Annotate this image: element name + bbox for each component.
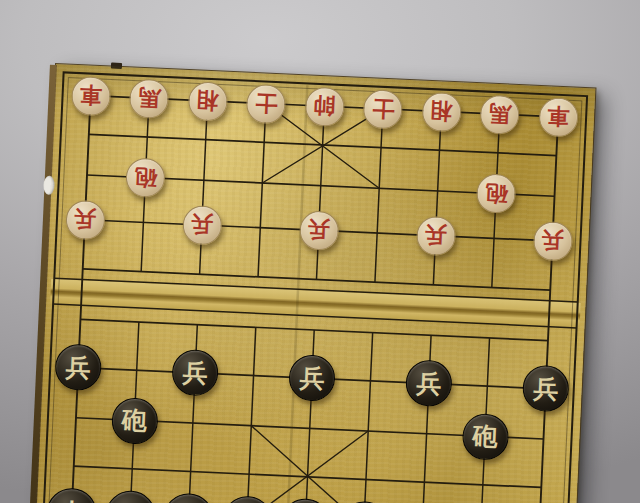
- board-intersection: 兵: [48, 343, 109, 393]
- piece-red-elephant-right[interactable]: 相: [421, 91, 462, 132]
- piece-black-soldier-3[interactable]: 兵: [288, 354, 336, 402]
- piece-character: 兵: [307, 219, 330, 242]
- xiangqi-board: 車馬相士帥士相馬車砲砲兵兵兵兵兵兵兵兵兵兵砲砲車馬象士將士象馬車: [35, 64, 596, 503]
- pieces-grid: 車馬相士帥士相馬車砲砲兵兵兵兵兵兵兵兵兵兵砲砲車馬象士將士象馬車: [35, 64, 596, 503]
- piece-character: 兵: [424, 224, 447, 247]
- board-intersection: 兵: [165, 348, 226, 398]
- piece-character: 兵: [533, 376, 559, 402]
- board-intersection: 士: [353, 88, 413, 130]
- piece-red-horse-right[interactable]: 馬: [479, 94, 520, 135]
- piece-red-soldier-3[interactable]: 兵: [298, 210, 339, 251]
- board-intersection: 兵: [172, 200, 233, 249]
- piece-character: 兵: [299, 365, 325, 391]
- piece-character: 車: [58, 499, 86, 503]
- piece-character: 兵: [190, 214, 213, 237]
- piece-character: 相: [196, 89, 219, 112]
- piece-character: 兵: [65, 355, 91, 381]
- piece-red-advisor-left[interactable]: 士: [246, 83, 287, 124]
- piece-red-cannon-left[interactable]: 砲: [125, 157, 166, 198]
- piece-red-advisor-right[interactable]: 士: [362, 89, 403, 130]
- board-intersection: 將: [275, 497, 336, 503]
- piece-character: 士: [254, 92, 277, 115]
- board-intersection: 兵: [405, 211, 466, 260]
- piece-character: 馬: [138, 87, 161, 110]
- board-intersection: 兵: [522, 216, 583, 265]
- board-intersection: 車: [41, 487, 102, 503]
- board-intersection: 士: [217, 495, 278, 503]
- board-intersection: 馬: [470, 93, 530, 135]
- piece-character: 帥: [313, 95, 336, 118]
- photo-background: 車馬相士帥士相馬車砲砲兵兵兵兵兵兵兵兵兵兵砲砲車馬象士將士象馬車: [0, 0, 640, 503]
- board-intersection: 帥: [294, 85, 354, 127]
- board-intersection: 兵: [55, 195, 116, 244]
- piece-black-cannon-right[interactable]: 砲: [461, 412, 509, 460]
- piece-character: 兵: [541, 229, 564, 252]
- piece-black-soldier-1[interactable]: 兵: [54, 344, 102, 392]
- piece-character: 相: [430, 100, 453, 123]
- piece-character: 兵: [416, 370, 442, 396]
- piece-black-soldier-2[interactable]: 兵: [171, 349, 219, 397]
- piece-character: 馬: [488, 103, 511, 126]
- piece-red-chariot-right[interactable]: 車: [538, 96, 579, 137]
- board-intersection: 車: [60, 75, 120, 117]
- board-intersection: 兵: [515, 364, 576, 414]
- piece-character: 兵: [73, 208, 96, 231]
- board-intersection: 砲: [115, 155, 175, 201]
- piece-black-advisor-left[interactable]: 士: [221, 495, 273, 503]
- board-intersection: 士: [236, 83, 296, 125]
- board-intersection: 兵: [282, 353, 343, 403]
- board-intersection: 砲: [466, 171, 526, 217]
- piece-red-soldier-4[interactable]: 兵: [415, 215, 456, 256]
- board-intersection: 相: [177, 80, 237, 122]
- piece-red-soldier-1[interactable]: 兵: [65, 199, 106, 240]
- board-intersection: 車: [528, 96, 588, 138]
- piece-red-general[interactable]: 帥: [304, 86, 345, 127]
- board-intersection: 相: [411, 91, 471, 133]
- piece-red-soldier-5[interactable]: 兵: [532, 221, 573, 262]
- board-intersection: 兵: [288, 206, 349, 255]
- piece-character: 砲: [121, 407, 147, 433]
- piece-character: 士: [371, 97, 394, 120]
- piece-black-chariot-left[interactable]: 車: [46, 487, 98, 503]
- piece-black-elephant-left[interactable]: 象: [162, 492, 214, 503]
- board-intersection: 砲: [104, 393, 165, 449]
- board-intersection: 馬: [119, 77, 179, 119]
- piece-black-soldier-5[interactable]: 兵: [522, 365, 570, 413]
- board-intersection: 兵: [399, 358, 460, 408]
- piece-character: 兵: [182, 360, 208, 386]
- piece-red-chariot-left[interactable]: 車: [70, 75, 111, 116]
- piece-character: 車: [547, 105, 570, 128]
- piece-black-horse-left[interactable]: 馬: [104, 490, 156, 503]
- piece-character: 砲: [485, 182, 508, 205]
- piece-red-elephant-left[interactable]: 相: [187, 81, 228, 122]
- piece-character: 砲: [472, 423, 498, 449]
- piece-red-horse-left[interactable]: 馬: [129, 78, 170, 119]
- board-intersection: 象: [158, 492, 219, 503]
- piece-black-cannon-left[interactable]: 砲: [110, 396, 158, 444]
- piece-black-soldier-4[interactable]: 兵: [405, 359, 453, 407]
- piece-black-general[interactable]: 將: [279, 498, 331, 503]
- board-intersection: 砲: [455, 409, 516, 465]
- board-intersection: 馬: [100, 490, 161, 503]
- piece-red-soldier-2[interactable]: 兵: [181, 205, 222, 246]
- piece-character: 砲: [134, 166, 157, 189]
- piece-character: 車: [79, 84, 102, 107]
- piece-red-cannon-right[interactable]: 砲: [476, 173, 517, 214]
